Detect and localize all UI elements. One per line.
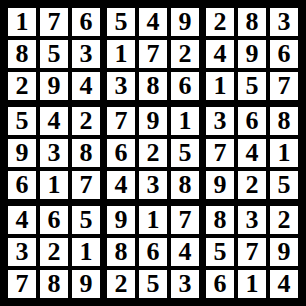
cell-r1c6[interactable]: 9 bbox=[171, 8, 199, 36]
cell-r7c2[interactable]: 6 bbox=[40, 206, 68, 234]
cell-r1c3[interactable]: 6 bbox=[72, 8, 100, 36]
cell-r4c9[interactable]: 8 bbox=[270, 107, 298, 135]
cell-r8c9[interactable]: 9 bbox=[270, 238, 298, 266]
cell-r5c7[interactable]: 7 bbox=[206, 139, 234, 167]
cell-r9c9[interactable]: 4 bbox=[270, 270, 298, 298]
cell-r2c1[interactable]: 8 bbox=[8, 40, 36, 68]
cell-r8c7[interactable]: 5 bbox=[206, 238, 234, 266]
cell-r6c3[interactable]: 7 bbox=[72, 171, 100, 199]
cell-r8c8[interactable]: 7 bbox=[238, 238, 266, 266]
cell-r3c8[interactable]: 5 bbox=[238, 72, 266, 100]
cell-r3c1[interactable]: 2 bbox=[8, 72, 36, 100]
sudoku-board: 1765492838531724962943861575427913689386… bbox=[0, 0, 306, 306]
cell-r4c8[interactable]: 6 bbox=[238, 107, 266, 135]
cell-r1c8[interactable]: 8 bbox=[238, 8, 266, 36]
cell-r3c6[interactable]: 6 bbox=[171, 72, 199, 100]
cell-r5c3[interactable]: 8 bbox=[72, 139, 100, 167]
cell-r4c1[interactable]: 5 bbox=[8, 107, 36, 135]
cell-r2c6[interactable]: 2 bbox=[171, 40, 199, 68]
cell-r9c8[interactable]: 1 bbox=[238, 270, 266, 298]
cell-r3c9[interactable]: 7 bbox=[270, 72, 298, 100]
cell-r7c4[interactable]: 9 bbox=[107, 206, 135, 234]
cell-r5c1[interactable]: 9 bbox=[8, 139, 36, 167]
cell-r8c3[interactable]: 1 bbox=[72, 238, 100, 266]
cell-r6c4[interactable]: 4 bbox=[107, 171, 135, 199]
cell-r8c1[interactable]: 3 bbox=[8, 238, 36, 266]
cell-r5c4[interactable]: 6 bbox=[107, 139, 135, 167]
cell-r9c4[interactable]: 2 bbox=[107, 270, 135, 298]
cell-r7c5[interactable]: 1 bbox=[139, 206, 167, 234]
cell-r5c5[interactable]: 2 bbox=[139, 139, 167, 167]
cell-r6c2[interactable]: 1 bbox=[40, 171, 68, 199]
cell-r4c7[interactable]: 3 bbox=[206, 107, 234, 135]
cell-r7c9[interactable]: 2 bbox=[270, 206, 298, 234]
cell-r2c9[interactable]: 6 bbox=[270, 40, 298, 68]
cell-r2c7[interactable]: 4 bbox=[206, 40, 234, 68]
cell-r2c4[interactable]: 1 bbox=[107, 40, 135, 68]
cell-r9c1[interactable]: 7 bbox=[8, 270, 36, 298]
cell-r8c2[interactable]: 2 bbox=[40, 238, 68, 266]
cell-r1c9[interactable]: 3 bbox=[270, 8, 298, 36]
cell-r8c6[interactable]: 4 bbox=[171, 238, 199, 266]
cell-r1c1[interactable]: 1 bbox=[8, 8, 36, 36]
cell-r5c9[interactable]: 1 bbox=[270, 139, 298, 167]
cell-r8c5[interactable]: 6 bbox=[139, 238, 167, 266]
cell-r6c9[interactable]: 5 bbox=[270, 171, 298, 199]
cell-r3c7[interactable]: 1 bbox=[206, 72, 234, 100]
cell-r3c2[interactable]: 9 bbox=[40, 72, 68, 100]
cell-r7c8[interactable]: 3 bbox=[238, 206, 266, 234]
cell-r9c6[interactable]: 3 bbox=[171, 270, 199, 298]
cell-r9c3[interactable]: 9 bbox=[72, 270, 100, 298]
cell-r1c7[interactable]: 2 bbox=[206, 8, 234, 36]
cell-r3c4[interactable]: 3 bbox=[107, 72, 135, 100]
cell-r4c2[interactable]: 4 bbox=[40, 107, 68, 135]
cell-r5c2[interactable]: 3 bbox=[40, 139, 68, 167]
cell-r9c2[interactable]: 8 bbox=[40, 270, 68, 298]
cell-r2c2[interactable]: 5 bbox=[40, 40, 68, 68]
cell-r3c5[interactable]: 8 bbox=[139, 72, 167, 100]
cell-r9c5[interactable]: 5 bbox=[139, 270, 167, 298]
cell-r6c1[interactable]: 6 bbox=[8, 171, 36, 199]
cell-r2c3[interactable]: 3 bbox=[72, 40, 100, 68]
cell-r7c7[interactable]: 8 bbox=[206, 206, 234, 234]
cell-r6c6[interactable]: 8 bbox=[171, 171, 199, 199]
cell-r4c4[interactable]: 7 bbox=[107, 107, 135, 135]
cell-r4c5[interactable]: 9 bbox=[139, 107, 167, 135]
cell-r9c7[interactable]: 6 bbox=[206, 270, 234, 298]
cell-r7c1[interactable]: 4 bbox=[8, 206, 36, 234]
cell-r2c8[interactable]: 9 bbox=[238, 40, 266, 68]
cell-r1c2[interactable]: 7 bbox=[40, 8, 68, 36]
cell-r5c6[interactable]: 5 bbox=[171, 139, 199, 167]
cell-r4c3[interactable]: 2 bbox=[72, 107, 100, 135]
cell-r2c5[interactable]: 7 bbox=[139, 40, 167, 68]
cell-r5c8[interactable]: 4 bbox=[238, 139, 266, 167]
cell-r7c3[interactable]: 5 bbox=[72, 206, 100, 234]
cell-r6c7[interactable]: 9 bbox=[206, 171, 234, 199]
cell-r6c5[interactable]: 3 bbox=[139, 171, 167, 199]
cell-r4c6[interactable]: 1 bbox=[171, 107, 199, 135]
cell-r3c3[interactable]: 4 bbox=[72, 72, 100, 100]
cell-r7c6[interactable]: 7 bbox=[171, 206, 199, 234]
cell-r1c5[interactable]: 4 bbox=[139, 8, 167, 36]
cell-r6c8[interactable]: 2 bbox=[238, 171, 266, 199]
cell-r8c4[interactable]: 8 bbox=[107, 238, 135, 266]
cell-r1c4[interactable]: 5 bbox=[107, 8, 135, 36]
